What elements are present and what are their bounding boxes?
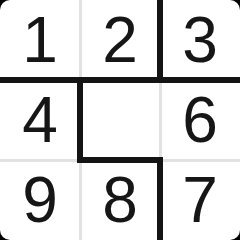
thick-region-line-segment [77, 77, 83, 163]
cell-r1c1: 1 [0, 0, 80, 80]
cell-r3c2: 8 [80, 160, 160, 240]
thin-grid-line-segment [0, 159, 80, 162]
thick-region-line-segment [157, 0, 163, 83]
cell-r2c1: 4 [0, 80, 80, 160]
cell-r3c1: 9 [0, 160, 80, 240]
thick-region-line-segment [0, 77, 240, 83]
cell-r2c3: 6 [160, 80, 240, 160]
sudoku-app-icon[interactable]: 1 2 3 4 6 9 8 7 [0, 0, 240, 240]
thin-grid-line-segment [79, 160, 82, 240]
thin-grid-line-segment [79, 0, 82, 80]
cell-r1c2: 2 [80, 0, 160, 80]
cell-r3c3: 7 [160, 160, 240, 240]
thin-grid-line-segment [160, 159, 240, 162]
cell-r1c3: 3 [160, 0, 240, 80]
thick-region-line-segment [77, 157, 163, 163]
thin-grid-line-segment [159, 80, 162, 160]
thick-region-line-segment [157, 157, 163, 240]
sudoku-grid: 1 2 3 4 6 9 8 7 [0, 0, 240, 240]
cell-r2c2 [80, 80, 160, 160]
